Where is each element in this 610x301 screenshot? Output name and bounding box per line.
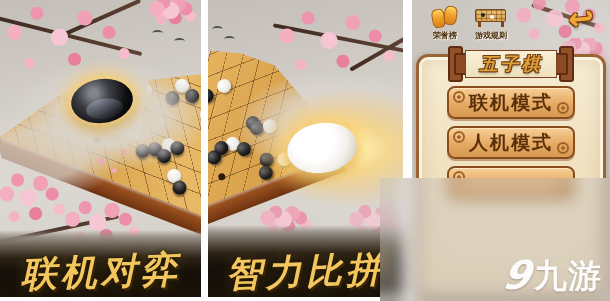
bird-icon [152, 30, 163, 36]
bird-icon [212, 26, 223, 32]
9game-logo-mark: 9 [500, 255, 533, 295]
online-mode-label: 联机模式 [469, 90, 553, 116]
honor-roll-label: 荣誉榜 [422, 30, 468, 41]
game-title: 五子棋 [480, 52, 543, 76]
caption-band-middle: 智力比拼 [208, 225, 403, 297]
white-stone [215, 77, 233, 95]
petal [112, 168, 117, 173]
vs-ai-mode-button[interactable]: 人机模式 [447, 126, 575, 159]
go-table-icon [474, 5, 508, 29]
cherry-blossom-cluster [266, 0, 403, 90]
cherry-blossom-cluster [0, 166, 68, 236]
9game-logo-text: 九游 [534, 259, 602, 292]
caption-left: 联机对弈 [0, 250, 201, 293]
gold-trophies-icon [430, 5, 460, 29]
petal [122, 150, 126, 154]
game-rules-label: 游戏规则 [468, 30, 514, 41]
back-button[interactable]: ↩ [559, 0, 604, 38]
game-rules-button[interactable]: 游戏规则 [468, 5, 514, 41]
petal [98, 158, 104, 164]
title-banner: 五子棋 [448, 46, 574, 82]
panel-middle-brain-battle: 智力比拼 [208, 0, 403, 297]
cherry-blossom-cluster [150, 0, 196, 28]
return-arrow-icon: ↩ [566, 0, 595, 37]
frosted-watermark-overlay: 9 九游 [380, 178, 610, 301]
caption-band-left: 联机对弈 [0, 230, 201, 297]
black-stone [208, 87, 216, 105]
honor-roll-button[interactable]: 荣誉榜 [422, 5, 468, 41]
banner-paper: 五子棋 [465, 50, 557, 78]
cherry-blossom-cluster [0, 0, 142, 90]
bird-icon [174, 38, 185, 44]
vs-ai-mode-label: 人机模式 [469, 130, 553, 156]
caption-middle: 智力比拼 [208, 250, 403, 293]
panel-left-online-play: 联机对弈 [0, 0, 201, 297]
promo-screenshot: 联机对弈 智力比拼 荣誉榜 [0, 0, 610, 301]
online-mode-button[interactable]: 联机模式 [447, 86, 575, 119]
9game-logo: 9 九游 [503, 255, 602, 295]
bird-icon [224, 36, 235, 42]
star-point [217, 172, 226, 181]
